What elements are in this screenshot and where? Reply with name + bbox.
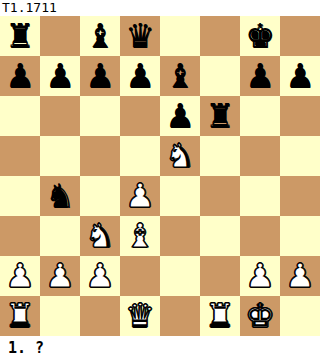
square-c5[interactable] <box>80 136 120 176</box>
square-a8[interactable]: ♜ <box>0 16 40 56</box>
piece-white-knight: ♞ <box>85 216 115 256</box>
square-e2[interactable] <box>160 256 200 296</box>
square-a7[interactable]: ♟ <box>0 56 40 96</box>
square-h8[interactable] <box>280 16 320 56</box>
piece-black-bishop: ♝ <box>85 16 115 56</box>
square-g6[interactable] <box>240 96 280 136</box>
piece-white-rook: ♜ <box>205 296 235 336</box>
square-d4[interactable]: ♟ <box>120 176 160 216</box>
piece-black-king: ♚ <box>245 16 275 56</box>
piece-white-queen: ♛ <box>125 296 155 336</box>
piece-white-pawn: ♟ <box>285 256 315 296</box>
square-a4[interactable] <box>0 176 40 216</box>
piece-black-pawn: ♟ <box>245 56 275 96</box>
square-d1[interactable]: ♛ <box>120 296 160 336</box>
square-h4[interactable] <box>280 176 320 216</box>
piece-black-bishop: ♝ <box>165 56 195 96</box>
square-h1[interactable] <box>280 296 320 336</box>
square-b7[interactable]: ♟ <box>40 56 80 96</box>
square-c3[interactable]: ♞ <box>80 216 120 256</box>
square-f2[interactable] <box>200 256 240 296</box>
piece-black-rook: ♜ <box>5 16 35 56</box>
piece-black-knight: ♞ <box>45 176 75 216</box>
square-c8[interactable]: ♝ <box>80 16 120 56</box>
square-g1[interactable]: ♚ <box>240 296 280 336</box>
square-b4[interactable]: ♞ <box>40 176 80 216</box>
piece-black-pawn: ♟ <box>5 56 35 96</box>
chess-board: ♜♝♛♚♟♟♟♟♝♟♟♟♜♞♞♟♞♝♟♟♟♟♟♜♛♜♚ <box>0 16 320 336</box>
square-d3[interactable]: ♝ <box>120 216 160 256</box>
piece-black-pawn: ♟ <box>125 56 155 96</box>
square-g5[interactable] <box>240 136 280 176</box>
footer-bar: 1. ? <box>0 336 320 360</box>
square-a3[interactable] <box>0 216 40 256</box>
move-prompt: 1. ? <box>0 339 44 357</box>
square-f8[interactable] <box>200 16 240 56</box>
piece-black-pawn: ♟ <box>165 96 195 136</box>
square-f7[interactable] <box>200 56 240 96</box>
square-e5[interactable]: ♞ <box>160 136 200 176</box>
piece-black-pawn: ♟ <box>85 56 115 96</box>
piece-black-pawn: ♟ <box>45 56 75 96</box>
piece-white-king: ♚ <box>245 296 275 336</box>
square-e7[interactable]: ♝ <box>160 56 200 96</box>
square-e1[interactable] <box>160 296 200 336</box>
square-b3[interactable] <box>40 216 80 256</box>
piece-white-knight: ♞ <box>165 136 195 176</box>
square-d5[interactable] <box>120 136 160 176</box>
piece-black-pawn: ♟ <box>285 56 315 96</box>
square-h7[interactable]: ♟ <box>280 56 320 96</box>
square-f5[interactable] <box>200 136 240 176</box>
square-b8[interactable] <box>40 16 80 56</box>
square-f6[interactable]: ♜ <box>200 96 240 136</box>
square-e6[interactable]: ♟ <box>160 96 200 136</box>
piece-white-bishop: ♝ <box>125 216 155 256</box>
piece-white-pawn: ♟ <box>125 176 155 216</box>
square-a6[interactable] <box>0 96 40 136</box>
square-b5[interactable] <box>40 136 80 176</box>
square-e3[interactable] <box>160 216 200 256</box>
square-f3[interactable] <box>200 216 240 256</box>
square-h3[interactable] <box>280 216 320 256</box>
square-a2[interactable]: ♟ <box>0 256 40 296</box>
square-b1[interactable] <box>40 296 80 336</box>
square-g3[interactable] <box>240 216 280 256</box>
piece-white-pawn: ♟ <box>245 256 275 296</box>
square-d2[interactable] <box>120 256 160 296</box>
square-c2[interactable]: ♟ <box>80 256 120 296</box>
square-e8[interactable] <box>160 16 200 56</box>
square-e4[interactable] <box>160 176 200 216</box>
square-a1[interactable]: ♜ <box>0 296 40 336</box>
square-c6[interactable] <box>80 96 120 136</box>
square-d6[interactable] <box>120 96 160 136</box>
square-c1[interactable] <box>80 296 120 336</box>
square-b6[interactable] <box>40 96 80 136</box>
puzzle-id-label: T1.1711 <box>0 1 57 15</box>
square-g8[interactable]: ♚ <box>240 16 280 56</box>
piece-white-pawn: ♟ <box>45 256 75 296</box>
piece-white-pawn: ♟ <box>5 256 35 296</box>
square-g7[interactable]: ♟ <box>240 56 280 96</box>
piece-white-pawn: ♟ <box>85 256 115 296</box>
header-bar: T1.1711 <box>0 0 320 16</box>
piece-white-rook: ♜ <box>5 296 35 336</box>
square-d8[interactable]: ♛ <box>120 16 160 56</box>
square-f4[interactable] <box>200 176 240 216</box>
square-d7[interactable]: ♟ <box>120 56 160 96</box>
square-c7[interactable]: ♟ <box>80 56 120 96</box>
piece-black-queen: ♛ <box>125 16 155 56</box>
square-f1[interactable]: ♜ <box>200 296 240 336</box>
square-h2[interactable]: ♟ <box>280 256 320 296</box>
square-g2[interactable]: ♟ <box>240 256 280 296</box>
piece-black-rook: ♜ <box>205 96 235 136</box>
square-h6[interactable] <box>280 96 320 136</box>
square-c4[interactable] <box>80 176 120 216</box>
square-g4[interactable] <box>240 176 280 216</box>
square-b2[interactable]: ♟ <box>40 256 80 296</box>
square-h5[interactable] <box>280 136 320 176</box>
square-a5[interactable] <box>0 136 40 176</box>
